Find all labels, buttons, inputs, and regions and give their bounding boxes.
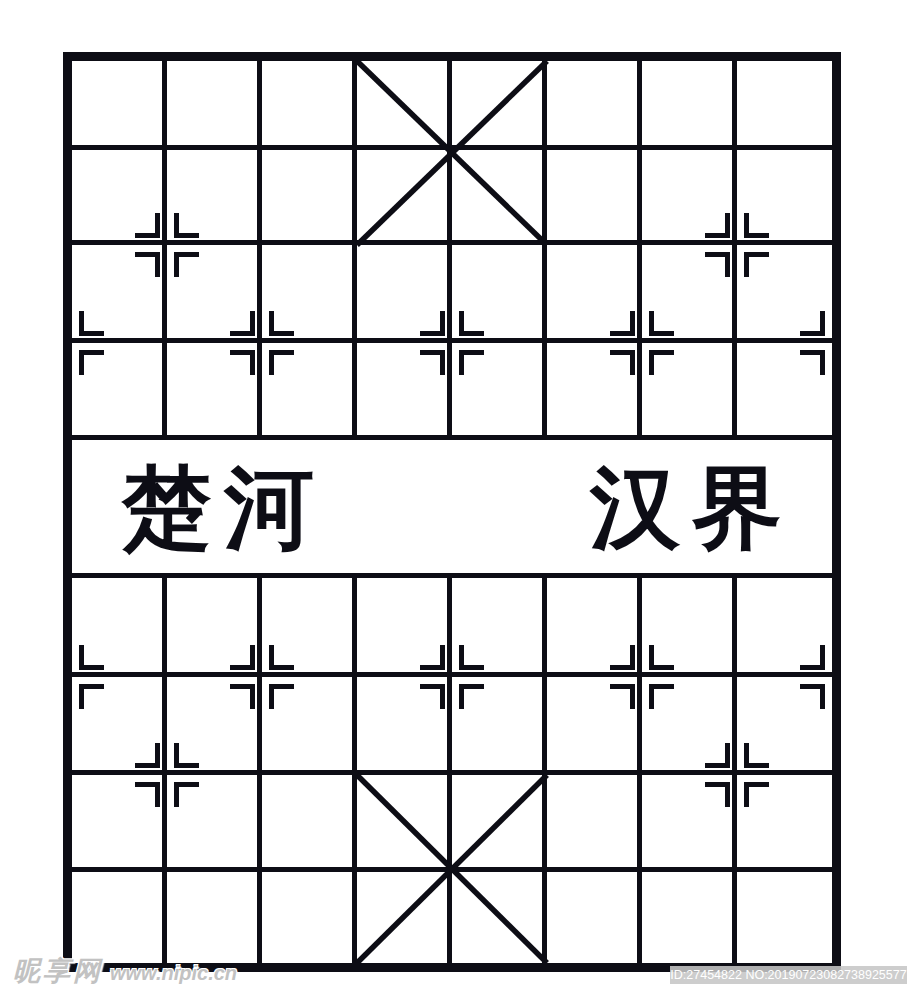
marker-corner — [79, 684, 104, 709]
marker-corner — [800, 311, 825, 336]
marker-corner — [459, 684, 484, 709]
watermark-site-url: www.nipic.cn — [110, 962, 237, 984]
marker-corner — [649, 350, 674, 375]
marker-corner — [744, 743, 769, 768]
marker-corner — [459, 645, 484, 670]
marker-corner — [800, 684, 825, 709]
watermark-site: 昵享网www.nipic.cn — [13, 953, 237, 989]
marker-corner — [230, 645, 255, 670]
watermark-site-name: 昵享网 — [13, 956, 103, 986]
marker-corner — [800, 645, 825, 670]
marker-corner — [79, 311, 104, 336]
marker-corner — [459, 311, 484, 336]
marker-corner — [420, 350, 445, 375]
marker-corner — [705, 213, 730, 238]
marker-corner — [269, 311, 294, 336]
marker-corner — [269, 645, 294, 670]
marker-corner — [269, 684, 294, 709]
marker-corner — [230, 311, 255, 336]
marker-corner — [800, 350, 825, 375]
position-marker-layer — [72, 61, 832, 963]
marker-corner — [174, 213, 199, 238]
marker-corner — [459, 350, 484, 375]
marker-corner — [420, 311, 445, 336]
page: 楚河 汉界 昵享网www.nipic.cn ID:27454822 NO:201… — [0, 0, 907, 993]
marker-corner — [174, 252, 199, 277]
marker-corner — [649, 311, 674, 336]
marker-corner — [135, 782, 160, 807]
marker-corner — [744, 782, 769, 807]
marker-corner — [79, 350, 104, 375]
marker-corner — [230, 350, 255, 375]
marker-corner — [610, 645, 635, 670]
marker-corner — [420, 645, 445, 670]
marker-corner — [174, 743, 199, 768]
marker-corner — [705, 252, 730, 277]
marker-corner — [269, 350, 294, 375]
marker-corner — [174, 782, 199, 807]
marker-corner — [135, 252, 160, 277]
xiangqi-board: 楚河 汉界 — [63, 52, 841, 972]
marker-corner — [610, 311, 635, 336]
marker-corner — [230, 684, 255, 709]
watermark-id-bar: ID:27454822 NO:20190723082738925577 — [670, 966, 907, 984]
marker-corner — [135, 743, 160, 768]
marker-corner — [79, 645, 104, 670]
marker-corner — [420, 684, 445, 709]
marker-corner — [610, 350, 635, 375]
marker-corner — [705, 782, 730, 807]
marker-corner — [135, 213, 160, 238]
marker-corner — [610, 684, 635, 709]
marker-corner — [744, 252, 769, 277]
marker-corner — [649, 684, 674, 709]
marker-corner — [649, 645, 674, 670]
marker-corner — [705, 743, 730, 768]
marker-corner — [744, 213, 769, 238]
